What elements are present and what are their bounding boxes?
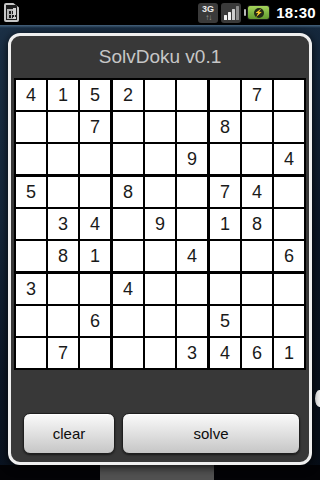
cell-r9c9[interactable]: 1 [273, 337, 305, 369]
cell-r6c9[interactable]: 6 [273, 240, 305, 272]
cell-r6c1[interactable] [15, 240, 47, 272]
cell-r2c8[interactable] [241, 111, 273, 143]
cell-r4c9[interactable] [273, 176, 305, 208]
cell-r5c8[interactable]: 8 [241, 208, 273, 240]
cell-r1c7[interactable] [209, 79, 241, 111]
cell-r8c5[interactable] [144, 305, 176, 337]
cell-r9c4[interactable] [112, 337, 144, 369]
cell-r9c7[interactable]: 4 [209, 337, 241, 369]
cell-r9c6[interactable]: 3 [176, 337, 208, 369]
cell-r5c9[interactable] [273, 208, 305, 240]
cell-r8c8[interactable] [241, 305, 273, 337]
cell-r4c5[interactable] [144, 176, 176, 208]
button-bar: clear solve [23, 413, 300, 454]
cell-r3c4[interactable] [112, 143, 144, 175]
status-bar[interactable]: 3G ↑↓ ⚡ 18:30 [0, 0, 320, 25]
data-traffic-arrows-icon: ↑↓ [205, 14, 211, 21]
cell-r7c4[interactable]: 4 [112, 273, 144, 305]
cell-r5c2[interactable]: 3 [47, 208, 79, 240]
cell-r1c3[interactable]: 5 [79, 79, 111, 111]
cell-r9c8[interactable]: 6 [241, 337, 273, 369]
page-title: SolvDoku v0.1 [11, 36, 309, 71]
cell-r9c5[interactable] [144, 337, 176, 369]
cell-r5c5[interactable]: 9 [144, 208, 176, 240]
cell-r1c1[interactable]: 4 [15, 79, 47, 111]
sudoku-grid: 4152778945874349188146346573461 [14, 78, 306, 370]
cell-r8c7[interactable]: 5 [209, 305, 241, 337]
cell-r7c8[interactable] [241, 273, 273, 305]
cell-r5c7[interactable]: 1 [209, 208, 241, 240]
cell-r2c9[interactable] [273, 111, 305, 143]
cell-r6c6[interactable]: 4 [176, 240, 208, 272]
wallpaper-highlight [0, 25, 320, 28]
cell-r7c2[interactable] [47, 273, 79, 305]
cell-r3c1[interactable] [15, 143, 47, 175]
lightning-bolt-icon: ⚡ [254, 9, 263, 16]
cell-r3c8[interactable] [241, 143, 273, 175]
network-3g-icon: 3G ↑↓ [198, 3, 218, 23]
cell-r3c7[interactable] [209, 143, 241, 175]
phone-screen: 3G ↑↓ ⚡ 18:30 Sol [0, 0, 320, 480]
cell-r9c1[interactable] [15, 337, 47, 369]
background-app-window [100, 465, 214, 480]
cell-r8c9[interactable] [273, 305, 305, 337]
cell-r4c6[interactable] [176, 176, 208, 208]
clock-text: 18:30 [276, 4, 316, 21]
cell-r2c4[interactable] [112, 111, 144, 143]
cell-r8c1[interactable] [15, 305, 47, 337]
cell-r4c7[interactable]: 7 [209, 176, 241, 208]
wallpaper-moon-shape [315, 390, 320, 407]
cell-r7c5[interactable] [144, 273, 176, 305]
solvdoku-dialog: SolvDoku v0.1 41527789458743491881463465… [8, 33, 312, 465]
cell-r8c2[interactable] [47, 305, 79, 337]
cell-r4c1[interactable]: 5 [15, 176, 47, 208]
cell-r2c7[interactable]: 8 [209, 111, 241, 143]
cell-r1c6[interactable] [176, 79, 208, 111]
cell-r6c7[interactable] [209, 240, 241, 272]
cell-r3c2[interactable] [47, 143, 79, 175]
cell-r4c4[interactable]: 8 [112, 176, 144, 208]
cell-r6c4[interactable] [112, 240, 144, 272]
cell-r4c3[interactable] [79, 176, 111, 208]
cell-r7c7[interactable] [209, 273, 241, 305]
cell-r6c8[interactable] [241, 240, 273, 272]
cell-r9c2[interactable]: 7 [47, 337, 79, 369]
cell-r2c3[interactable]: 7 [79, 111, 111, 143]
cell-r6c5[interactable] [144, 240, 176, 272]
cell-r8c3[interactable]: 6 [79, 305, 111, 337]
cell-r3c3[interactable] [79, 143, 111, 175]
solve-button[interactable]: solve [122, 413, 300, 454]
cell-r1c4[interactable]: 2 [112, 79, 144, 111]
cell-r4c8[interactable]: 4 [241, 176, 273, 208]
battery-charging-icon: ⚡ [244, 5, 270, 20]
sim-missing-icon [4, 3, 19, 22]
cell-r8c4[interactable] [112, 305, 144, 337]
cell-r6c2[interactable]: 8 [47, 240, 79, 272]
cell-r2c5[interactable] [144, 111, 176, 143]
cell-r5c4[interactable] [112, 208, 144, 240]
cell-r2c1[interactable] [15, 111, 47, 143]
cell-r9c3[interactable] [79, 337, 111, 369]
background-app-strip [0, 465, 320, 480]
cell-r1c8[interactable]: 7 [241, 79, 273, 111]
cell-r6c3[interactable]: 1 [79, 240, 111, 272]
cell-r1c9[interactable] [273, 79, 305, 111]
cell-r3c9[interactable]: 4 [273, 143, 305, 175]
cell-r5c1[interactable] [15, 208, 47, 240]
status-bar-right-cluster: 3G ↑↓ ⚡ 18:30 [198, 3, 316, 23]
sim-exclamation-mark [13, 8, 16, 15]
sim-exclamation-dot [13, 17, 16, 19]
cell-r3c5[interactable] [144, 143, 176, 175]
cell-r8c6[interactable] [176, 305, 208, 337]
cell-r5c3[interactable]: 4 [79, 208, 111, 240]
cell-r3c6[interactable]: 9 [176, 143, 208, 175]
cell-r7c9[interactable] [273, 273, 305, 305]
cell-r2c6[interactable] [176, 111, 208, 143]
cell-r7c1[interactable]: 3 [15, 273, 47, 305]
cell-r4c2[interactable] [47, 176, 79, 208]
cell-r7c6[interactable] [176, 273, 208, 305]
cell-r5c6[interactable] [176, 208, 208, 240]
cell-r7c3[interactable] [79, 273, 111, 305]
signal-strength-icon [221, 3, 241, 23]
cell-r2c2[interactable] [47, 111, 79, 143]
clear-button[interactable]: clear [23, 413, 115, 454]
cell-r1c2[interactable]: 1 [47, 79, 79, 111]
cell-r1c5[interactable] [144, 79, 176, 111]
